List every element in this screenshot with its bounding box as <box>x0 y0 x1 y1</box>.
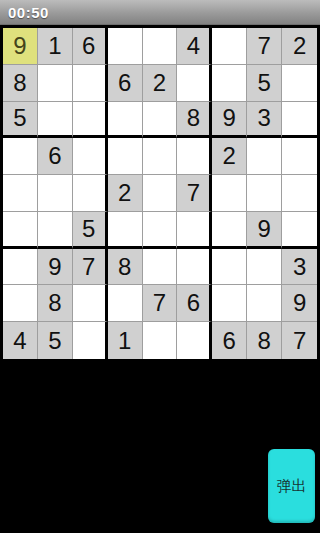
cell-r2c4[interactable]: 6 <box>108 65 143 102</box>
cell-r3c6[interactable]: 8 <box>177 102 212 139</box>
cell-r7c2[interactable]: 9 <box>38 249 73 286</box>
cell-r1c6[interactable]: 4 <box>177 28 212 65</box>
cell-r9c9[interactable]: 7 <box>282 322 317 359</box>
cell-r2c6[interactable] <box>177 65 212 102</box>
cell-r3c9[interactable] <box>282 102 317 139</box>
cell-r9c1[interactable]: 4 <box>3 322 38 359</box>
cell-r7c3[interactable]: 7 <box>73 249 108 286</box>
cell-r5c6[interactable]: 7 <box>177 175 212 212</box>
cell-r3c2[interactable] <box>38 102 73 139</box>
cell-r7c6[interactable] <box>177 249 212 286</box>
cell-r8c4[interactable] <box>108 285 143 322</box>
cell-r8c3[interactable] <box>73 285 108 322</box>
cell-r4c4[interactable] <box>108 138 143 175</box>
cell-r7c5[interactable] <box>143 249 178 286</box>
cell-r2c9[interactable] <box>282 65 317 102</box>
cell-r7c9[interactable]: 3 <box>282 249 317 286</box>
cell-r2c3[interactable] <box>73 65 108 102</box>
cell-r3c3[interactable] <box>73 102 108 139</box>
cell-r7c1[interactable] <box>3 249 38 286</box>
cell-r9c6[interactable] <box>177 322 212 359</box>
cell-r9c7[interactable]: 6 <box>212 322 247 359</box>
cell-r9c5[interactable] <box>143 322 178 359</box>
cell-r5c2[interactable] <box>38 175 73 212</box>
cell-r8c9[interactable]: 9 <box>282 285 317 322</box>
cell-r1c1[interactable]: 9 <box>3 28 38 65</box>
cell-r6c9[interactable] <box>282 212 317 249</box>
cell-r6c2[interactable] <box>38 212 73 249</box>
cell-r5c3[interactable] <box>73 175 108 212</box>
cell-r8c2[interactable]: 8 <box>38 285 73 322</box>
cell-r7c7[interactable] <box>212 249 247 286</box>
cell-r2c8[interactable]: 5 <box>247 65 282 102</box>
cell-r3c5[interactable] <box>143 102 178 139</box>
cell-r5c7[interactable] <box>212 175 247 212</box>
cell-r9c2[interactable]: 5 <box>38 322 73 359</box>
sudoku-board: 9164728625589362275997838769451687 <box>0 25 320 362</box>
cell-r1c2[interactable]: 1 <box>38 28 73 65</box>
cell-r2c7[interactable] <box>212 65 247 102</box>
cell-r4c8[interactable] <box>247 138 282 175</box>
cell-r1c3[interactable]: 6 <box>73 28 108 65</box>
cell-r3c1[interactable]: 5 <box>3 102 38 139</box>
cell-r8c6[interactable]: 6 <box>177 285 212 322</box>
cell-r6c8[interactable]: 9 <box>247 212 282 249</box>
cell-r2c5[interactable]: 2 <box>143 65 178 102</box>
cell-r6c4[interactable] <box>108 212 143 249</box>
popout-button[interactable]: 弹出 <box>268 449 315 523</box>
cell-r1c4[interactable] <box>108 28 143 65</box>
cell-r4c2[interactable]: 6 <box>38 138 73 175</box>
status-bar: 00:50 <box>0 0 320 25</box>
cell-r7c8[interactable] <box>247 249 282 286</box>
cell-r3c7[interactable]: 9 <box>212 102 247 139</box>
cell-r4c6[interactable] <box>177 138 212 175</box>
cell-r7c4[interactable]: 8 <box>108 249 143 286</box>
cell-r1c9[interactable]: 2 <box>282 28 317 65</box>
cell-r1c8[interactable]: 7 <box>247 28 282 65</box>
cell-r5c8[interactable] <box>247 175 282 212</box>
cell-r4c9[interactable] <box>282 138 317 175</box>
cell-r8c1[interactable] <box>3 285 38 322</box>
cell-r8c8[interactable] <box>247 285 282 322</box>
cell-r6c1[interactable] <box>3 212 38 249</box>
cell-r5c4[interactable]: 2 <box>108 175 143 212</box>
cell-r4c5[interactable] <box>143 138 178 175</box>
cell-r4c7[interactable]: 2 <box>212 138 247 175</box>
cell-r3c4[interactable] <box>108 102 143 139</box>
cell-r1c7[interactable] <box>212 28 247 65</box>
cell-r4c3[interactable] <box>73 138 108 175</box>
cell-r8c5[interactable]: 7 <box>143 285 178 322</box>
cell-r6c3[interactable]: 5 <box>73 212 108 249</box>
sudoku-app-screen: { "game": { "type": "sudoku", "rows": 9,… <box>0 0 320 533</box>
cell-r6c5[interactable] <box>143 212 178 249</box>
cell-r5c5[interactable] <box>143 175 178 212</box>
game-timer: 00:50 <box>0 4 49 21</box>
cell-r4c1[interactable] <box>3 138 38 175</box>
cell-r2c2[interactable] <box>38 65 73 102</box>
cell-r8c7[interactable] <box>212 285 247 322</box>
cell-r1c5[interactable] <box>143 28 178 65</box>
cell-r5c1[interactable] <box>3 175 38 212</box>
cell-r9c4[interactable]: 1 <box>108 322 143 359</box>
cell-r6c6[interactable] <box>177 212 212 249</box>
cell-r2c1[interactable]: 8 <box>3 65 38 102</box>
cell-r9c3[interactable] <box>73 322 108 359</box>
cell-r6c7[interactable] <box>212 212 247 249</box>
cell-r5c9[interactable] <box>282 175 317 212</box>
cell-r3c8[interactable]: 3 <box>247 102 282 139</box>
cell-r9c8[interactable]: 8 <box>247 322 282 359</box>
